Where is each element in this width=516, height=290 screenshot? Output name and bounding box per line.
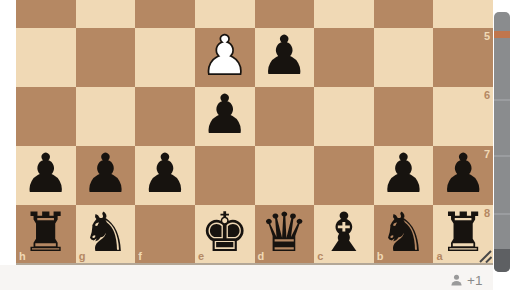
square-e7[interactable] [195,146,255,205]
square-a7[interactable]: ♟7 [433,146,493,205]
square-e5[interactable]: ♟ [195,28,255,87]
scrollbar-thumb-end [494,249,510,272]
black-knight[interactable]: ♞ [379,206,427,260]
square-b6[interactable] [374,87,434,146]
square-f6[interactable] [135,87,195,146]
below-board-strip [0,265,516,290]
square-c7[interactable] [314,146,374,205]
rank-label-8: 8 [484,208,490,219]
square-h8[interactable]: ♜h [16,205,76,264]
file-label-h: h [19,251,26,262]
black-pawn[interactable]: ♟ [141,147,189,201]
square-e8[interactable]: ♚e [195,205,255,264]
square-a4[interactable] [433,0,493,28]
square-c8[interactable]: ♝c [314,205,374,264]
square-f4[interactable] [135,0,195,28]
square-h6[interactable] [16,87,76,146]
chess-board: ♟♟5♟6♟♟♟♟♟7♜h♞gf♚e♛d♝c♞b♜8a [16,0,493,264]
scrollbar-tick [494,155,510,157]
black-rook[interactable]: ♜ [22,206,70,260]
black-pawn[interactable]: ♟ [81,147,129,201]
square-e4[interactable] [195,0,255,28]
white-pawn[interactable]: ♟ [200,29,248,83]
person-icon [450,273,463,287]
square-c4[interactable] [314,0,374,28]
file-label-c: c [317,251,323,262]
square-b8[interactable]: ♞b [374,205,434,264]
rank-label-6: 6 [484,90,490,101]
square-d8[interactable]: ♛d [255,205,315,264]
black-king[interactable]: ♚ [200,206,248,260]
file-label-b: b [377,251,384,262]
square-b7[interactable]: ♟ [374,146,434,205]
file-label-d: d [258,251,265,262]
square-h4[interactable] [16,0,76,28]
square-f8[interactable]: f [135,205,195,264]
scrollbar-tick [494,99,510,101]
square-g7[interactable]: ♟ [76,146,136,205]
black-knight[interactable]: ♞ [81,206,129,260]
black-bishop[interactable]: ♝ [320,206,368,260]
black-pawn[interactable]: ♟ [379,147,427,201]
rank-label-7: 7 [484,149,490,160]
square-g5[interactable] [76,28,136,87]
scrollbar-track[interactable] [493,0,516,290]
black-pawn[interactable]: ♟ [260,29,308,83]
square-a6[interactable]: 6 [433,87,493,146]
square-g4[interactable] [76,0,136,28]
rank-label-5: 5 [484,31,490,42]
square-b5[interactable] [374,28,434,87]
square-b4[interactable] [374,0,434,28]
file-label-e: e [198,251,204,262]
square-d4[interactable] [255,0,315,28]
black-pawn[interactable]: ♟ [200,88,248,142]
square-c5[interactable] [314,28,374,87]
black-pawn[interactable]: ♟ [22,147,70,201]
square-g8[interactable]: ♞g [76,205,136,264]
scrollbar-orange-marker [494,31,510,38]
scrollbar-tick [494,213,510,215]
chess-app-viewport: ♟♟5♟6♟♟♟♟♟7♜h♞gf♚e♛d♝c♞b♜8a +1 [0,0,516,290]
square-d7[interactable] [255,146,315,205]
spectator-count: +1 [467,273,482,288]
square-e6[interactable]: ♟ [195,87,255,146]
square-f5[interactable] [135,28,195,87]
black-pawn[interactable]: ♟ [439,147,487,201]
square-g6[interactable] [76,87,136,146]
square-d5[interactable]: ♟ [255,28,315,87]
file-label-a: a [436,251,442,262]
square-d6[interactable] [255,87,315,146]
spectator-status: +1 [450,270,482,290]
scrollbar-thumb[interactable] [494,12,510,272]
file-label-g: g [79,251,86,262]
square-a5[interactable]: 5 [433,28,493,87]
square-h5[interactable] [16,28,76,87]
square-c6[interactable] [314,87,374,146]
board-resize-handle-icon[interactable] [477,248,492,263]
file-label-f: f [138,251,142,262]
square-f7[interactable]: ♟ [135,146,195,205]
square-h7[interactable]: ♟ [16,146,76,205]
black-queen[interactable]: ♛ [260,206,308,260]
